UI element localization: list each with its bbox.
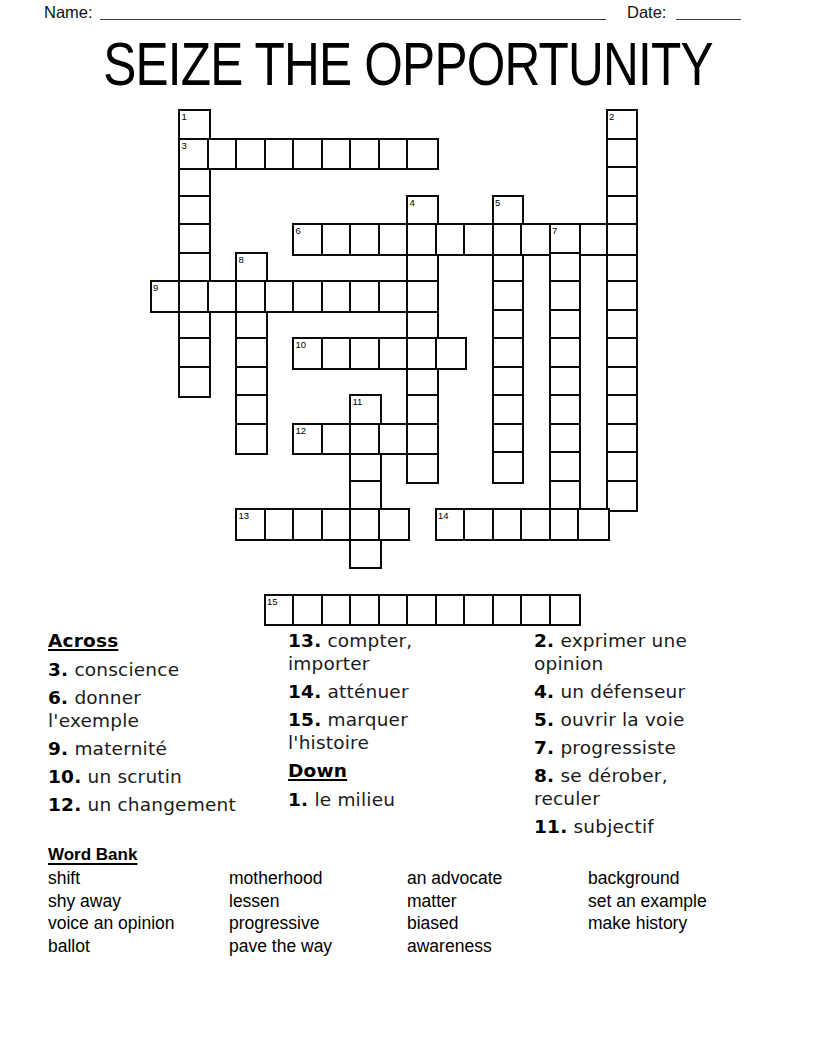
- grid-cell[interactable]: [608, 425, 637, 454]
- grid-cell[interactable]: [294, 282, 323, 311]
- word-bank-item: shift: [48, 867, 174, 890]
- grid-cell[interactable]: [551, 453, 580, 482]
- cell-number-9: 9: [153, 283, 158, 293]
- word-15-across: [264, 594, 582, 627]
- grid-cell[interactable]: [323, 425, 352, 454]
- grid-cell[interactable]: [237, 368, 266, 397]
- grid-cell[interactable]: [465, 596, 494, 625]
- grid-cell[interactable]: [323, 140, 352, 169]
- grid-cell[interactable]: [323, 596, 352, 625]
- grid-cell[interactable]: [437, 225, 466, 254]
- grid-cell[interactable]: [180, 311, 209, 340]
- clue-2-item: 2. exprimer uneopinion: [534, 629, 687, 675]
- grid-cell[interactable]: [180, 339, 209, 368]
- grid-cell[interactable]: [351, 282, 380, 311]
- word-bank-col-3: an advocatematterbiasedawareness: [407, 867, 502, 957]
- grid-cell[interactable]: [209, 282, 238, 311]
- grid-cell[interactable]: [380, 225, 409, 254]
- grid-cell[interactable]: [294, 510, 323, 539]
- cell-number-5: 5: [495, 198, 500, 208]
- clue-4-item: 4. un défenseur: [534, 680, 687, 703]
- grid-cell[interactable]: [551, 311, 580, 340]
- grid-cell[interactable]: [408, 282, 437, 311]
- grid-cell[interactable]: [237, 311, 266, 340]
- clue-section-header-across: Across: [48, 629, 236, 652]
- grid-cell[interactable]: [522, 596, 551, 625]
- word-bank-item: shy away: [48, 890, 174, 913]
- grid-cell[interactable]: [608, 140, 637, 169]
- grid-cell[interactable]: [180, 282, 209, 311]
- grid-cell[interactable]: [608, 453, 637, 482]
- clue-column-2: 13. compter,importer14. atténuer15. marq…: [288, 629, 412, 816]
- grid-cell[interactable]: [323, 510, 352, 539]
- word-6-across: [292, 223, 638, 256]
- cell-number-12: 12: [296, 426, 307, 436]
- grid-cell[interactable]: [408, 368, 437, 397]
- grid-cell[interactable]: [294, 140, 323, 169]
- word-13-across: [235, 508, 410, 541]
- cell-number-6: 6: [296, 226, 301, 236]
- word-bank-item: awareness: [407, 935, 502, 958]
- worksheet-page: Name: Date: SEIZE THE OPPORTUNITY 123456…: [0, 0, 816, 1056]
- clue-8-item: 8. se dérober,reculer: [534, 764, 687, 810]
- clue-column-1: Across3. conscience6. donnerl'exemple9. …: [48, 629, 236, 821]
- grid-cell[interactable]: [494, 396, 523, 425]
- grid-cell[interactable]: [408, 140, 437, 169]
- grid-cell[interactable]: [608, 396, 637, 425]
- clue-3-item: 3. conscience: [48, 658, 236, 681]
- grid-cell[interactable]: [437, 596, 466, 625]
- grid-cell[interactable]: [237, 339, 266, 368]
- word-bank-header: Word Bank: [48, 845, 137, 865]
- grid-cell[interactable]: [551, 282, 580, 311]
- cell-number-1: 1: [182, 112, 187, 122]
- grid-cell[interactable]: [608, 282, 637, 311]
- word-bank-col-1: shiftshy awayvoice an opinionballot: [48, 867, 174, 957]
- grid-cell[interactable]: [408, 453, 437, 482]
- word-bank-item: progressive: [229, 912, 332, 935]
- grid-cell[interactable]: [351, 596, 380, 625]
- cell-number-14: 14: [438, 511, 449, 521]
- grid-cell[interactable]: [494, 425, 523, 454]
- grid-cell[interactable]: [237, 396, 266, 425]
- word-bank-col-2: motherhoodlessenprogressivepave the way: [229, 867, 332, 957]
- grid-cell[interactable]: [408, 596, 437, 625]
- cell-number-7: 7: [552, 226, 557, 236]
- grid-cell[interactable]: [408, 425, 437, 454]
- grid-cell[interactable]: [408, 254, 437, 283]
- grid-cell[interactable]: [494, 510, 523, 539]
- grid-cell[interactable]: [608, 368, 637, 397]
- grid-cell[interactable]: [323, 339, 352, 368]
- grid-cell[interactable]: [465, 510, 494, 539]
- grid-cell[interactable]: [266, 140, 295, 169]
- grid-cell[interactable]: [494, 596, 523, 625]
- grid-cell[interactable]: [551, 368, 580, 397]
- grid-cell[interactable]: [608, 254, 637, 283]
- word-2-down: [606, 109, 639, 512]
- grid-cell[interactable]: [351, 510, 380, 539]
- grid-cell[interactable]: [608, 339, 637, 368]
- grid-cell[interactable]: [494, 254, 523, 283]
- word-bank-item: ballot: [48, 935, 174, 958]
- clue-11-item: 11. subjectif: [534, 815, 687, 838]
- word-11-down: [349, 394, 382, 569]
- grid-cell[interactable]: [522, 225, 551, 254]
- grid-cell[interactable]: [351, 225, 380, 254]
- word-bank-item: an advocate: [407, 867, 502, 890]
- word-12-across: [292, 423, 439, 456]
- word-bank-item: background: [588, 867, 707, 890]
- grid-cell[interactable]: [551, 425, 580, 454]
- grid-cell[interactable]: [551, 510, 580, 539]
- word-bank-item: voice an opinion: [48, 912, 174, 935]
- grid-cell[interactable]: [380, 596, 409, 625]
- grid-cell[interactable]: [351, 453, 380, 482]
- word-14-across: [435, 508, 610, 541]
- grid-cell[interactable]: [294, 596, 323, 625]
- grid-cell[interactable]: [494, 282, 523, 311]
- grid-cell[interactable]: [180, 225, 209, 254]
- word-7-down: [549, 223, 582, 541]
- word-10-across: [292, 337, 467, 370]
- grid-cell[interactable]: [408, 339, 437, 368]
- grid-cell[interactable]: [180, 368, 209, 397]
- clue-column-3: 2. exprimer uneopinion4. un défenseur5. …: [534, 629, 687, 843]
- grid-cell[interactable]: [494, 339, 523, 368]
- clue-13-item: 13. compter,importer: [288, 629, 412, 675]
- grid-cell[interactable]: [494, 311, 523, 340]
- clue-section-header-down: Down: [288, 759, 412, 782]
- grid-cell[interactable]: [608, 168, 637, 197]
- grid-cell[interactable]: [551, 482, 580, 511]
- word-bank-item: motherhood: [229, 867, 332, 890]
- grid-cell[interactable]: [579, 510, 608, 539]
- grid-cell[interactable]: [380, 425, 409, 454]
- grid-cell[interactable]: [608, 311, 637, 340]
- clue-1-item: 1. le milieu: [288, 788, 412, 811]
- grid-cell[interactable]: [380, 140, 409, 169]
- word-3-across: [178, 138, 439, 171]
- grid-cell[interactable]: [465, 225, 494, 254]
- grid-cell[interactable]: [522, 510, 551, 539]
- grid-cell[interactable]: [494, 453, 523, 482]
- grid-cell[interactable]: [380, 510, 409, 539]
- word-bank-item: make history: [588, 912, 707, 935]
- clue-6-item: 6. donnerl'exemple: [48, 686, 236, 732]
- cell-number-10: 10: [296, 340, 307, 350]
- cell-number-11: 11: [353, 397, 363, 407]
- grid-cell[interactable]: [408, 396, 437, 425]
- grid-cell[interactable]: [237, 282, 266, 311]
- word-bank-item: set an example: [588, 890, 707, 913]
- grid-cell[interactable]: [380, 339, 409, 368]
- cell-number-2: 2: [609, 112, 614, 122]
- grid-cell[interactable]: [323, 282, 352, 311]
- grid-cell[interactable]: [266, 510, 295, 539]
- grid-cell[interactable]: [551, 396, 580, 425]
- clue-14-item: 14. atténuer: [288, 680, 412, 703]
- grid-cell[interactable]: [351, 539, 380, 568]
- grid-cell[interactable]: [608, 482, 637, 511]
- grid-cell[interactable]: [237, 425, 266, 454]
- grid-cell[interactable]: [408, 311, 437, 340]
- grid-cell[interactable]: [551, 339, 580, 368]
- grid-cell[interactable]: [180, 168, 209, 197]
- word-bank-item: lessen: [229, 890, 332, 913]
- grid-cell[interactable]: [180, 197, 209, 226]
- grid-cell[interactable]: [408, 225, 437, 254]
- cell-number-8: 8: [239, 255, 244, 265]
- grid-cell[interactable]: [266, 282, 295, 311]
- clue-12-item: 12. un changement: [48, 793, 236, 816]
- clue-9-item: 9. maternité: [48, 737, 236, 760]
- grid-cell[interactable]: [209, 140, 238, 169]
- grid-cell[interactable]: [494, 368, 523, 397]
- clue-10-item: 10. un scrutin: [48, 765, 236, 788]
- word-9-across: [150, 280, 439, 313]
- grid-cell[interactable]: [551, 254, 580, 283]
- grid-cell[interactable]: [437, 339, 466, 368]
- grid-cell[interactable]: [237, 140, 266, 169]
- grid-cell[interactable]: [494, 225, 523, 254]
- grid-cell[interactable]: [380, 282, 409, 311]
- cell-number-4: 4: [410, 198, 415, 208]
- grid-cell[interactable]: [608, 197, 637, 226]
- cell-number-3: 3: [182, 141, 187, 151]
- cell-number-15: 15: [267, 597, 278, 607]
- word-bank-item: pave the way: [229, 935, 332, 958]
- grid-cell[interactable]: [351, 140, 380, 169]
- grid-cell[interactable]: [608, 225, 637, 254]
- grid-cell[interactable]: [579, 225, 608, 254]
- grid-cell[interactable]: [551, 596, 580, 625]
- grid-cell[interactable]: [323, 225, 352, 254]
- grid-cell[interactable]: [351, 425, 380, 454]
- cell-number-13: 13: [239, 511, 250, 521]
- word-bank-item: matter: [407, 890, 502, 913]
- word-bank-col-4: backgroundset an examplemake history: [588, 867, 707, 935]
- grid-cell[interactable]: [180, 254, 209, 283]
- clue-15-item: 15. marquerl'histoire: [288, 708, 412, 754]
- word-bank-item: biased: [407, 912, 502, 935]
- grid-cell[interactable]: [351, 482, 380, 511]
- grid-cell[interactable]: [351, 339, 380, 368]
- clue-5-item: 5. ouvrir la voie: [534, 708, 687, 731]
- clue-7-item: 7. progressiste: [534, 736, 687, 759]
